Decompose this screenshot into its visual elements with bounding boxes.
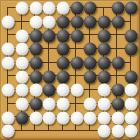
black-stone	[29, 29, 42, 42]
board-intersection[interactable]	[97, 69, 111, 83]
board-intersection[interactable]	[110, 28, 124, 42]
board-intersection[interactable]	[83, 42, 97, 56]
board-intersection[interactable]	[69, 42, 83, 56]
board-intersection[interactable]	[42, 83, 56, 97]
white-stone	[29, 15, 42, 28]
white-stone	[70, 111, 83, 124]
board-intersection[interactable]	[83, 110, 97, 124]
board-intersection[interactable]	[124, 69, 138, 83]
board-intersection[interactable]	[56, 97, 70, 111]
board-intersection[interactable]	[83, 83, 97, 97]
black-stone	[111, 2, 124, 15]
black-stone	[57, 15, 70, 28]
white-stone	[84, 98, 97, 111]
board-intersection[interactable]	[1, 69, 15, 83]
board-intersection[interactable]	[110, 83, 124, 97]
white-stone	[15, 43, 28, 56]
white-stone	[84, 111, 97, 124]
black-stone	[84, 15, 97, 28]
white-stone	[125, 125, 138, 138]
black-stone	[84, 57, 97, 70]
black-stone	[70, 57, 83, 70]
board-intersection[interactable]	[110, 124, 124, 138]
board-intersection[interactable]	[97, 56, 111, 70]
black-stone	[57, 70, 70, 83]
board-intersection[interactable]	[69, 124, 83, 138]
board-intersection[interactable]	[42, 110, 56, 124]
black-stone	[98, 15, 111, 28]
board-intersection[interactable]	[56, 28, 70, 42]
black-stone	[125, 29, 138, 42]
board-intersection[interactable]	[110, 42, 124, 56]
board-intersection[interactable]	[97, 28, 111, 42]
board-intersection[interactable]	[14, 124, 28, 138]
board-intersection[interactable]	[97, 42, 111, 56]
board-intersection[interactable]	[124, 14, 138, 28]
white-stone	[2, 125, 15, 138]
board-intersection[interactable]	[69, 14, 83, 28]
board-intersection[interactable]	[124, 42, 138, 56]
white-stone	[98, 98, 111, 111]
board-intersection[interactable]	[56, 69, 70, 83]
board-intersection[interactable]	[56, 14, 70, 28]
black-stone	[43, 70, 56, 83]
board-intersection[interactable]	[83, 97, 97, 111]
board-intersection[interactable]	[42, 14, 56, 28]
black-stone	[15, 111, 28, 124]
black-stone	[111, 84, 124, 97]
board-intersection[interactable]	[83, 69, 97, 83]
board-intersection[interactable]	[14, 14, 28, 28]
board-intersection[interactable]	[28, 28, 42, 42]
white-stone	[125, 111, 138, 124]
white-stone	[43, 111, 56, 124]
board-intersection[interactable]	[97, 83, 111, 97]
white-stone	[57, 2, 70, 15]
board-intersection[interactable]	[56, 42, 70, 56]
board-intersection[interactable]	[1, 28, 15, 42]
black-stone	[84, 43, 97, 56]
white-stone	[57, 84, 70, 97]
black-stone	[29, 43, 42, 56]
board-intersection[interactable]	[28, 83, 42, 97]
board-intersection[interactable]	[110, 56, 124, 70]
black-stone	[29, 57, 42, 70]
board-intersection[interactable]	[110, 69, 124, 83]
white-stone	[43, 98, 56, 111]
board-intersection[interactable]	[69, 97, 83, 111]
board-intersection[interactable]	[97, 14, 111, 28]
board-intersection[interactable]	[14, 97, 28, 111]
board-intersection[interactable]	[124, 124, 138, 138]
board-intersection[interactable]	[69, 28, 83, 42]
white-stone	[125, 98, 138, 111]
black-stone	[29, 98, 42, 111]
white-stone	[15, 2, 28, 15]
white-stone	[15, 70, 28, 83]
white-stone	[2, 43, 15, 56]
board-intersection[interactable]	[97, 97, 111, 111]
black-stone	[70, 29, 83, 42]
board-intersection[interactable]	[42, 28, 56, 42]
black-stone	[125, 43, 138, 56]
board-intersection[interactable]	[97, 1, 111, 15]
board-intersection[interactable]	[110, 110, 124, 124]
board-intersection[interactable]	[14, 69, 28, 83]
white-stone	[29, 84, 42, 97]
white-stone	[2, 111, 15, 124]
board-intersection[interactable]	[42, 124, 56, 138]
board-intersection[interactable]	[28, 69, 42, 83]
black-stone	[125, 2, 138, 15]
board-intersection[interactable]	[124, 28, 138, 42]
board-intersection[interactable]	[97, 110, 111, 124]
black-stone	[111, 15, 124, 28]
black-stone	[111, 98, 124, 111]
board-intersection[interactable]	[28, 124, 42, 138]
board-intersection[interactable]	[124, 83, 138, 97]
board-intersection[interactable]	[56, 124, 70, 138]
black-stone	[84, 70, 97, 83]
board-intersection[interactable]	[42, 97, 56, 111]
black-stone	[98, 43, 111, 56]
board-intersection[interactable]	[56, 56, 70, 70]
board-intersection[interactable]	[28, 110, 42, 124]
board-intersection[interactable]	[14, 83, 28, 97]
black-stone	[29, 70, 42, 83]
white-stone	[29, 111, 42, 124]
white-stone	[2, 84, 15, 97]
board-intersection[interactable]	[69, 1, 83, 15]
board-intersection[interactable]	[124, 56, 138, 70]
white-stone	[111, 125, 124, 138]
board-intersection[interactable]	[28, 97, 42, 111]
board-intersection[interactable]	[42, 56, 56, 70]
board-intersection[interactable]	[124, 97, 138, 111]
board-intersection[interactable]	[14, 56, 28, 70]
board-intersection[interactable]	[14, 1, 28, 15]
board-intersection[interactable]	[83, 124, 97, 138]
white-stone	[15, 29, 28, 42]
white-stone	[111, 111, 124, 124]
board-intersection[interactable]	[14, 28, 28, 42]
black-stone	[84, 2, 97, 15]
board-intersection[interactable]	[110, 97, 124, 111]
board-intersection[interactable]	[124, 110, 138, 124]
board-intersection[interactable]	[14, 42, 28, 56]
white-stone	[98, 125, 111, 138]
board-intersection[interactable]	[69, 69, 83, 83]
board-intersection[interactable]	[110, 14, 124, 28]
white-stone	[15, 98, 28, 111]
board-intersection[interactable]	[28, 1, 42, 15]
board-intersection[interactable]	[42, 1, 56, 15]
board-intersection[interactable]	[56, 1, 70, 15]
black-stone	[98, 29, 111, 42]
board-intersection[interactable]	[1, 110, 15, 124]
board-intersection[interactable]	[28, 42, 42, 56]
white-stone	[70, 84, 83, 97]
board-intersection[interactable]	[42, 69, 56, 83]
black-stone	[70, 15, 83, 28]
white-stone	[2, 57, 15, 70]
black-stone	[98, 57, 111, 70]
black-stone	[125, 70, 138, 83]
board-intersection[interactable]	[83, 28, 97, 42]
white-stone	[98, 84, 111, 97]
board-intersections	[1, 1, 138, 138]
board-intersection[interactable]	[83, 1, 97, 15]
white-stone	[29, 2, 42, 15]
black-stone	[70, 2, 83, 15]
white-stone	[43, 2, 56, 15]
board-intersection[interactable]	[69, 83, 83, 97]
board-intersection[interactable]	[28, 14, 42, 28]
black-stone	[43, 84, 56, 97]
black-stone	[98, 70, 111, 83]
board-intersection[interactable]	[110, 1, 124, 15]
board-intersection[interactable]	[42, 42, 56, 56]
board-intersection[interactable]	[1, 124, 15, 138]
board-intersection[interactable]	[1, 1, 15, 15]
board-intersection[interactable]	[97, 124, 111, 138]
black-stone	[57, 57, 70, 70]
board-intersection[interactable]	[83, 56, 97, 70]
board-intersection[interactable]	[69, 110, 83, 124]
black-stone	[57, 43, 70, 56]
board-intersection[interactable]	[14, 110, 28, 124]
go-board	[0, 0, 140, 140]
white-stone	[2, 15, 15, 28]
board-intersection[interactable]	[69, 56, 83, 70]
board-intersection[interactable]	[83, 14, 97, 28]
white-stone	[15, 84, 28, 97]
board-intersection[interactable]	[56, 83, 70, 97]
board-intersection[interactable]	[1, 97, 15, 111]
white-stone	[98, 111, 111, 124]
black-stone	[43, 29, 56, 42]
black-stone	[111, 57, 124, 70]
white-stone	[125, 84, 138, 97]
white-stone	[57, 111, 70, 124]
white-stone	[57, 98, 70, 111]
board-intersection[interactable]	[1, 56, 15, 70]
black-stone	[57, 29, 70, 42]
board-intersection[interactable]	[124, 1, 138, 15]
board-intersection[interactable]	[1, 14, 15, 28]
white-stone	[43, 15, 56, 28]
white-stone	[15, 57, 28, 70]
board-intersection[interactable]	[56, 110, 70, 124]
board-intersection[interactable]	[28, 56, 42, 70]
board-intersection[interactable]	[1, 83, 15, 97]
board-intersection[interactable]	[1, 42, 15, 56]
